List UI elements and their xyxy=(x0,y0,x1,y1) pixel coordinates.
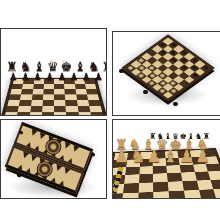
board-square xyxy=(16,112,29,116)
board-square xyxy=(41,112,54,116)
board-square xyxy=(54,112,67,116)
product-photo-collage: { "game": "Wooden folding 3-in-1 travel … xyxy=(0,0,220,220)
board-square xyxy=(29,112,42,116)
board-latch xyxy=(91,152,96,156)
board-clasp xyxy=(119,69,124,73)
light-front-pieces: ♟♞♟♝♟♟ xyxy=(114,148,211,165)
dark-pawn-row-pieces: ♟♟♟♟♟♟♟♟ xyxy=(9,72,106,82)
board-square xyxy=(169,190,186,199)
board-hinge xyxy=(143,90,148,94)
board-foot xyxy=(173,102,178,106)
board-square xyxy=(138,192,154,199)
board-square xyxy=(153,191,169,199)
board-square xyxy=(217,198,220,199)
king-crown-highlight xyxy=(62,60,65,63)
photo-chess-light-pieces[interactable]: ♜♞♝♛♚♝♞♜ ♜♞♝♛♚♝♞ ♟♞♟♝♟♟ xyxy=(112,119,220,199)
board-square xyxy=(211,179,220,189)
board-square xyxy=(4,112,18,116)
board-square xyxy=(66,112,79,116)
chessboard xyxy=(0,78,107,116)
board-square xyxy=(112,193,123,199)
photo-folded-board-draughts[interactable] xyxy=(112,31,220,116)
queen-crown-highlight xyxy=(50,60,53,63)
board-square xyxy=(90,112,104,116)
photo-chess-dark-pieces[interactable]: ♜♞♝♛♚♝♞♜ ♟♟♟♟♟♟♟♟ xyxy=(0,28,107,116)
board-square xyxy=(122,193,139,199)
photo-backgammon-board[interactable]: ▼▼▼▼▼▼ ▲▲▲▲▲▲ ▼▼▼▼▼▼ ▲▲▲▲▲▲ xyxy=(0,119,107,199)
